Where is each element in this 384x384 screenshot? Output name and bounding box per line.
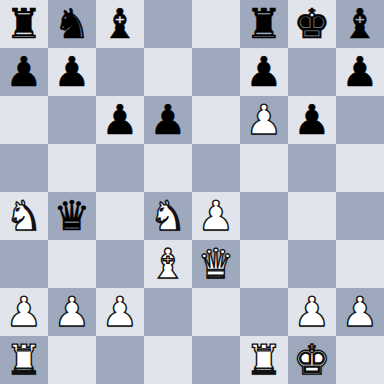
piece-black-knight[interactable]: ♞ — [54, 0, 91, 48]
square-a6[interactable] — [0, 96, 48, 144]
square-g4[interactable] — [288, 192, 336, 240]
chess-board: ♜♞♝♜♚♝♟♟♟♟♟♟♟♟♞♛♞♟♝♛♟♟♟♟♟♜♜♚ — [0, 0, 384, 384]
square-f4[interactable] — [240, 192, 288, 240]
square-c5[interactable] — [96, 144, 144, 192]
square-c8[interactable]: ♝ — [96, 0, 144, 48]
square-a7[interactable]: ♟ — [0, 48, 48, 96]
piece-white-bishop[interactable]: ♝ — [150, 240, 187, 288]
square-d4[interactable]: ♞ — [144, 192, 192, 240]
square-h4[interactable] — [336, 192, 384, 240]
square-c6[interactable]: ♟ — [96, 96, 144, 144]
square-c1[interactable] — [96, 336, 144, 384]
square-g3[interactable] — [288, 240, 336, 288]
piece-white-king[interactable]: ♚ — [294, 336, 331, 384]
square-e7[interactable] — [192, 48, 240, 96]
piece-white-pawn[interactable]: ♟ — [54, 288, 91, 336]
square-d2[interactable] — [144, 288, 192, 336]
square-f6[interactable]: ♟ — [240, 96, 288, 144]
square-h5[interactable] — [336, 144, 384, 192]
piece-black-bishop[interactable]: ♝ — [102, 0, 139, 48]
square-e2[interactable] — [192, 288, 240, 336]
square-f2[interactable] — [240, 288, 288, 336]
square-h2[interactable]: ♟ — [336, 288, 384, 336]
square-g7[interactable] — [288, 48, 336, 96]
piece-white-pawn[interactable]: ♟ — [102, 288, 139, 336]
piece-white-pawn[interactable]: ♟ — [246, 96, 283, 144]
square-a1[interactable]: ♜ — [0, 336, 48, 384]
square-c7[interactable] — [96, 48, 144, 96]
square-b2[interactable]: ♟ — [48, 288, 96, 336]
square-g8[interactable]: ♚ — [288, 0, 336, 48]
piece-white-pawn[interactable]: ♟ — [342, 288, 379, 336]
square-b8[interactable]: ♞ — [48, 0, 96, 48]
square-e8[interactable] — [192, 0, 240, 48]
piece-white-knight[interactable]: ♞ — [6, 192, 43, 240]
piece-black-rook[interactable]: ♜ — [246, 0, 283, 48]
square-f1[interactable]: ♜ — [240, 336, 288, 384]
square-f7[interactable]: ♟ — [240, 48, 288, 96]
square-d7[interactable] — [144, 48, 192, 96]
piece-black-pawn[interactable]: ♟ — [342, 48, 379, 96]
square-g1[interactable]: ♚ — [288, 336, 336, 384]
square-b7[interactable]: ♟ — [48, 48, 96, 96]
square-a3[interactable] — [0, 240, 48, 288]
piece-white-rook[interactable]: ♜ — [246, 336, 283, 384]
square-e3[interactable]: ♛ — [192, 240, 240, 288]
piece-white-pawn[interactable]: ♟ — [294, 288, 331, 336]
piece-black-pawn[interactable]: ♟ — [54, 48, 91, 96]
square-b5[interactable] — [48, 144, 96, 192]
square-f5[interactable] — [240, 144, 288, 192]
square-a4[interactable]: ♞ — [0, 192, 48, 240]
piece-black-pawn[interactable]: ♟ — [102, 96, 139, 144]
piece-black-queen[interactable]: ♛ — [54, 192, 91, 240]
piece-white-rook[interactable]: ♜ — [6, 336, 43, 384]
square-b6[interactable] — [48, 96, 96, 144]
square-a2[interactable]: ♟ — [0, 288, 48, 336]
piece-black-pawn[interactable]: ♟ — [246, 48, 283, 96]
square-f3[interactable] — [240, 240, 288, 288]
piece-white-pawn[interactable]: ♟ — [198, 192, 235, 240]
square-d3[interactable]: ♝ — [144, 240, 192, 288]
square-a8[interactable]: ♜ — [0, 0, 48, 48]
piece-black-pawn[interactable]: ♟ — [6, 48, 43, 96]
piece-black-bishop[interactable]: ♝ — [342, 0, 379, 48]
square-h7[interactable]: ♟ — [336, 48, 384, 96]
square-g6[interactable]: ♟ — [288, 96, 336, 144]
square-h1[interactable] — [336, 336, 384, 384]
piece-black-pawn[interactable]: ♟ — [150, 96, 187, 144]
square-g5[interactable] — [288, 144, 336, 192]
square-e4[interactable]: ♟ — [192, 192, 240, 240]
piece-white-pawn[interactable]: ♟ — [6, 288, 43, 336]
square-d8[interactable] — [144, 0, 192, 48]
square-e1[interactable] — [192, 336, 240, 384]
piece-white-knight[interactable]: ♞ — [150, 192, 187, 240]
square-c2[interactable]: ♟ — [96, 288, 144, 336]
square-h3[interactable] — [336, 240, 384, 288]
square-b4[interactable]: ♛ — [48, 192, 96, 240]
square-b1[interactable] — [48, 336, 96, 384]
piece-black-rook[interactable]: ♜ — [6, 0, 43, 48]
square-h8[interactable]: ♝ — [336, 0, 384, 48]
square-h6[interactable] — [336, 96, 384, 144]
square-d1[interactable] — [144, 336, 192, 384]
square-d5[interactable] — [144, 144, 192, 192]
square-c4[interactable] — [96, 192, 144, 240]
square-e6[interactable] — [192, 96, 240, 144]
square-c3[interactable] — [96, 240, 144, 288]
piece-white-queen[interactable]: ♛ — [198, 240, 235, 288]
square-b3[interactable] — [48, 240, 96, 288]
square-f8[interactable]: ♜ — [240, 0, 288, 48]
square-e5[interactable] — [192, 144, 240, 192]
square-a5[interactable] — [0, 144, 48, 192]
square-d6[interactable]: ♟ — [144, 96, 192, 144]
piece-black-pawn[interactable]: ♟ — [294, 96, 331, 144]
piece-black-king[interactable]: ♚ — [294, 0, 331, 48]
square-g2[interactable]: ♟ — [288, 288, 336, 336]
